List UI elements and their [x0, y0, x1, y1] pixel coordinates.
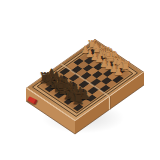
piece-dark-rook-h8: ♜: [71, 91, 85, 107]
pieces-layer: ♜♞♝♛♚♝♞♜♟♟♟♟♟♟♟♟♟♟♟♟♟♟♟♟♜♞♝♛♚♝♞♜: [0, 0, 160, 160]
piece-light-pawn-h2: ♟: [113, 66, 123, 78]
chess-set-product-photo: ♜♞♝♛♚♝♞♜♟♟♟♟♟♟♟♟♟♟♟♟♟♟♟♟♜♞♝♛♚♝♞♜: [0, 0, 160, 160]
